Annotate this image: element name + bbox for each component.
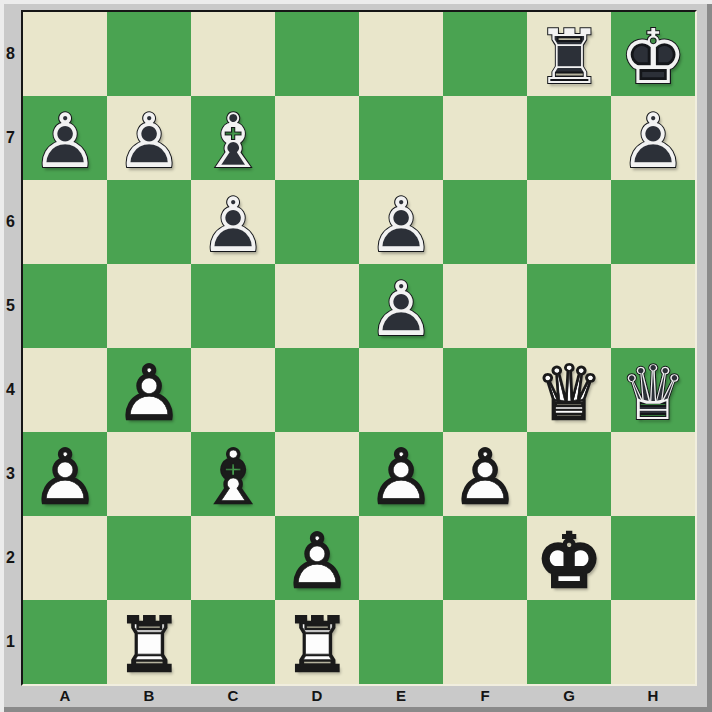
square-h3[interactable]: [611, 432, 695, 516]
black-queen-outline: ♕: [611, 348, 695, 432]
white-bishop[interactable]: ♝♗: [191, 432, 275, 516]
square-g7[interactable]: [527, 96, 611, 180]
square-c1[interactable]: [191, 600, 275, 684]
square-b4[interactable]: ♟♙: [107, 348, 191, 432]
square-g1[interactable]: [527, 600, 611, 684]
square-a5[interactable]: [23, 264, 107, 348]
square-d7[interactable]: [275, 96, 359, 180]
square-c6[interactable]: ♟♙: [191, 180, 275, 264]
white-pawn-outline: ♙: [359, 432, 443, 516]
square-h6[interactable]: [611, 180, 695, 264]
black-rook[interactable]: ♜♖: [527, 12, 611, 96]
black-bishop[interactable]: ♝♗: [191, 96, 275, 180]
file-label-d: D: [275, 686, 359, 708]
black-pawn-outline: ♙: [107, 96, 191, 180]
square-f1[interactable]: [443, 600, 527, 684]
square-d3[interactable]: [275, 432, 359, 516]
white-king[interactable]: ♚♔: [527, 516, 611, 600]
square-c7[interactable]: ♝♗: [191, 96, 275, 180]
rank-label-3: 3: [0, 432, 21, 516]
white-bishop-outline: ♗: [191, 432, 275, 516]
square-f3[interactable]: ♟♙: [443, 432, 527, 516]
square-a8[interactable]: [23, 12, 107, 96]
file-labels: ABCDEFGH: [23, 686, 695, 710]
square-b1[interactable]: ♜♖: [107, 600, 191, 684]
white-pawn[interactable]: ♟♙: [275, 516, 359, 600]
rank-label-5: 5: [0, 264, 21, 348]
file-label-h: H: [611, 686, 695, 708]
square-f2[interactable]: [443, 516, 527, 600]
black-pawn-outline: ♙: [191, 180, 275, 264]
white-pawn[interactable]: ♟♙: [23, 432, 107, 516]
square-a6[interactable]: [23, 180, 107, 264]
square-b6[interactable]: [107, 180, 191, 264]
square-c4[interactable]: [191, 348, 275, 432]
square-b2[interactable]: [107, 516, 191, 600]
rank-label-7: 7: [0, 96, 21, 180]
black-pawn-outline: ♙: [611, 96, 695, 180]
black-pawn-outline: ♙: [359, 180, 443, 264]
rank-labels: 87654321: [0, 12, 21, 684]
square-a7[interactable]: ♟♙: [23, 96, 107, 180]
square-g3[interactable]: [527, 432, 611, 516]
square-d1[interactable]: ♜♖: [275, 600, 359, 684]
square-d5[interactable]: [275, 264, 359, 348]
black-pawn[interactable]: ♟♙: [107, 96, 191, 180]
square-h7[interactable]: ♟♙: [611, 96, 695, 180]
white-rook-outline: ♖: [107, 600, 191, 684]
square-e4[interactable]: [359, 348, 443, 432]
square-b7[interactable]: ♟♙: [107, 96, 191, 180]
square-a1[interactable]: [23, 600, 107, 684]
file-label-b: B: [107, 686, 191, 708]
white-pawn-outline: ♙: [107, 348, 191, 432]
black-pawn-outline: ♙: [359, 264, 443, 348]
square-e2[interactable]: [359, 516, 443, 600]
rank-label-6: 6: [0, 180, 21, 264]
square-h5[interactable]: [611, 264, 695, 348]
black-pawn[interactable]: ♟♙: [611, 96, 695, 180]
square-g5[interactable]: [527, 264, 611, 348]
black-pawn[interactable]: ♟♙: [359, 264, 443, 348]
black-queen[interactable]: ♛♕: [611, 348, 695, 432]
square-f4[interactable]: [443, 348, 527, 432]
square-b3[interactable]: [107, 432, 191, 516]
square-e3[interactable]: ♟♙: [359, 432, 443, 516]
file-label-f: F: [443, 686, 527, 708]
black-pawn[interactable]: ♟♙: [359, 180, 443, 264]
square-a3[interactable]: ♟♙: [23, 432, 107, 516]
white-pawn-outline: ♙: [275, 516, 359, 600]
rank-label-4: 4: [0, 348, 21, 432]
black-pawn[interactable]: ♟♙: [191, 180, 275, 264]
black-king[interactable]: ♚♔: [611, 12, 695, 96]
square-g8[interactable]: ♜♖: [527, 12, 611, 96]
square-f8[interactable]: [443, 12, 527, 96]
white-pawn[interactable]: ♟♙: [107, 348, 191, 432]
white-rook[interactable]: ♜♖: [275, 600, 359, 684]
rank-label-1: 1: [0, 600, 21, 684]
square-d6[interactable]: [275, 180, 359, 264]
square-h8[interactable]: ♚♔: [611, 12, 695, 96]
white-pawn-outline: ♙: [443, 432, 527, 516]
square-c8[interactable]: [191, 12, 275, 96]
square-e8[interactable]: [359, 12, 443, 96]
file-label-c: C: [191, 686, 275, 708]
chess-board: ♜♖♚♔♟♙♟♙♝♗♟♙♟♙♟♙♟♙♟♙♛♕♛♕♟♙♝♗♟♙♟♙♟♙♚♔♜♖♜♖: [21, 10, 697, 686]
square-e1[interactable]: [359, 600, 443, 684]
square-h2[interactable]: [611, 516, 695, 600]
square-a2[interactable]: [23, 516, 107, 600]
square-d4[interactable]: [275, 348, 359, 432]
file-label-e: E: [359, 686, 443, 708]
rank-label-2: 2: [0, 516, 21, 600]
square-b5[interactable]: [107, 264, 191, 348]
square-e5[interactable]: ♟♙: [359, 264, 443, 348]
white-pawn-outline: ♙: [23, 432, 107, 516]
square-f6[interactable]: [443, 180, 527, 264]
square-c3[interactable]: ♝♗: [191, 432, 275, 516]
square-f5[interactable]: [443, 264, 527, 348]
square-h1[interactable]: [611, 600, 695, 684]
square-c5[interactable]: [191, 264, 275, 348]
black-pawn-outline: ♙: [23, 96, 107, 180]
square-h4[interactable]: ♛♕: [611, 348, 695, 432]
white-king-outline: ♔: [527, 516, 611, 600]
square-e6[interactable]: ♟♙: [359, 180, 443, 264]
square-b8[interactable]: [107, 12, 191, 96]
white-queen-outline: ♕: [527, 348, 611, 432]
black-rook-outline: ♖: [527, 12, 611, 96]
square-d2[interactable]: ♟♙: [275, 516, 359, 600]
white-pawn[interactable]: ♟♙: [443, 432, 527, 516]
square-d8[interactable]: [275, 12, 359, 96]
file-label-g: G: [527, 686, 611, 708]
square-a4[interactable]: [23, 348, 107, 432]
square-c2[interactable]: [191, 516, 275, 600]
white-pawn[interactable]: ♟♙: [359, 432, 443, 516]
square-e7[interactable]: [359, 96, 443, 180]
black-pawn[interactable]: ♟♙: [23, 96, 107, 180]
white-queen[interactable]: ♛♕: [527, 348, 611, 432]
rank-label-8: 8: [0, 12, 21, 96]
square-g2[interactable]: ♚♔: [527, 516, 611, 600]
file-label-a: A: [23, 686, 107, 708]
square-g6[interactable]: [527, 180, 611, 264]
board-frame: ♜♖♚♔♟♙♟♙♝♗♟♙♟♙♟♙♟♙♟♙♛♕♛♕♟♙♝♗♟♙♟♙♟♙♚♔♜♖♜♖…: [0, 0, 712, 712]
square-g4[interactable]: ♛♕: [527, 348, 611, 432]
black-bishop-outline: ♗: [191, 96, 275, 180]
white-rook[interactable]: ♜♖: [107, 600, 191, 684]
white-rook-outline: ♖: [275, 600, 359, 684]
black-king-outline: ♔: [611, 12, 695, 96]
square-f7[interactable]: [443, 96, 527, 180]
